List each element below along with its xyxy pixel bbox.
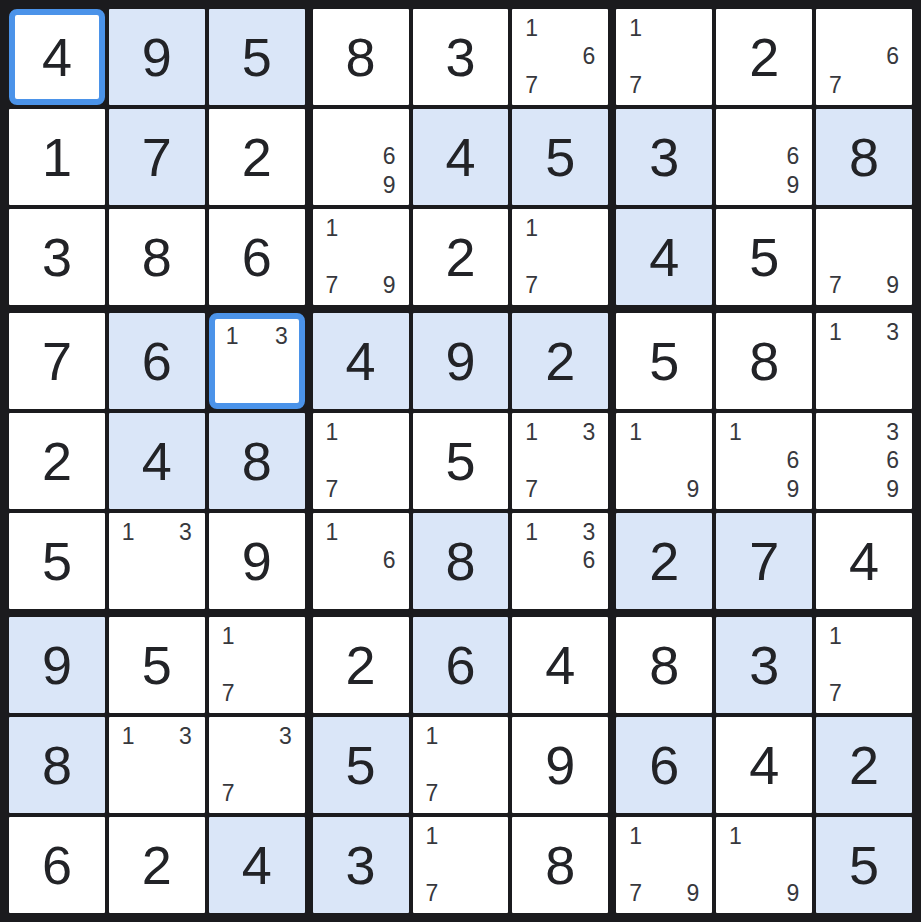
pencil-empty-slot (375, 243, 404, 272)
cell-value: 8 (445, 534, 475, 588)
pencil-digit-1: 1 (318, 518, 347, 547)
cell-value: 2 (242, 130, 272, 184)
cell-r3c2[interactable]: 8 (109, 209, 205, 305)
pencil-empty-slot (821, 651, 850, 680)
pencil-digit-1: 1 (517, 518, 546, 547)
pencil-empty-slot (650, 14, 679, 43)
pencil-digit-7: 7 (517, 271, 546, 300)
pencil-empty-slot (475, 879, 504, 908)
cell-value: 2 (445, 230, 475, 284)
pencil-empty-slot (575, 71, 604, 100)
pencil-empty-slot (346, 143, 375, 172)
pencil-empty-slot (546, 271, 575, 300)
cell-r5c2[interactable]: 4 (109, 413, 205, 509)
pencil-empty-slot (114, 779, 143, 808)
cell-r3c3[interactable]: 6 (209, 209, 305, 305)
pencil-digit-7: 7 (318, 271, 347, 300)
cell-r4c3[interactable]: 13 (209, 313, 305, 409)
pencil-empty-slot (517, 447, 546, 476)
cell-r7c1[interactable]: 9 (9, 617, 105, 713)
pencil-digit-3: 3 (575, 518, 604, 547)
cell-r7c8[interactable]: 3 (716, 617, 812, 713)
cell-r9c9[interactable]: 5 (816, 817, 912, 913)
cell-r8c6[interactable]: 9 (512, 717, 608, 813)
pencil-empty-slot (850, 43, 879, 72)
pencil-empty-slot (318, 447, 347, 476)
box-2-1: 76132485139 (9, 313, 305, 609)
pencil-empty-slot (850, 375, 879, 404)
cell-value: 2 (749, 30, 779, 84)
pencil-empty-slot (220, 373, 245, 398)
cell-r1c1[interactable]: 4 (9, 9, 105, 105)
pencil-empty-slot (575, 14, 604, 43)
cell-r4c7[interactable]: 5 (616, 313, 712, 409)
cell-r2c9[interactable]: 8 (816, 109, 912, 205)
cell-value: 8 (649, 638, 679, 692)
pencil-empty-slot (546, 43, 575, 72)
pencil-digit-7: 7 (621, 71, 650, 100)
pencil-empty-slot (878, 71, 907, 100)
cell-r6c4[interactable]: 16 (313, 513, 409, 609)
cell-value: 3 (445, 30, 475, 84)
cell-r7c6[interactable]: 4 (512, 617, 608, 713)
pencil-digit-7: 7 (214, 779, 243, 808)
pencil-empty-slot (318, 171, 347, 200)
cell-r9c3[interactable]: 4 (209, 817, 305, 913)
cell-value: 8 (142, 230, 172, 284)
cell-r2c5[interactable]: 4 (413, 109, 509, 205)
pencil-empty-slot (750, 143, 779, 172)
pencil-digit-1: 1 (418, 722, 447, 751)
pencil-empty-slot (318, 143, 347, 172)
pencil-marks: 13 (114, 518, 200, 604)
cell-value: 4 (445, 130, 475, 184)
pencil-digit-1: 1 (318, 214, 347, 243)
pencil-empty-slot (850, 622, 879, 651)
cell-r4c1[interactable]: 7 (9, 313, 105, 409)
pencil-marks: 17 (621, 14, 707, 100)
pencil-empty-slot (721, 447, 750, 476)
pencil-digit-1: 1 (721, 822, 750, 851)
pencil-empty-slot (650, 822, 679, 851)
pencil-empty-slot (375, 518, 404, 547)
pencil-digit-7: 7 (418, 779, 447, 808)
pencil-digit-9: 9 (778, 475, 807, 504)
pencil-empty-slot (446, 879, 475, 908)
cell-r8c4[interactable]: 5 (313, 717, 409, 813)
cell-value: 3 (749, 638, 779, 692)
cell-r9c2[interactable]: 2 (109, 817, 205, 913)
pencil-digit-6: 6 (375, 547, 404, 576)
cell-r3c1[interactable]: 3 (9, 209, 105, 305)
cell-r8c9[interactable]: 2 (816, 717, 912, 813)
cell-r4c2[interactable]: 6 (109, 313, 205, 409)
cell-r7c7[interactable]: 8 (616, 617, 712, 713)
pencil-digit-1: 1 (318, 418, 347, 447)
pencil-empty-slot (878, 243, 907, 272)
cell-r3c8[interactable]: 5 (716, 209, 812, 305)
box-3-1: 951781337624 (9, 617, 305, 913)
pencil-empty-slot (446, 722, 475, 751)
pencil-marks: 19 (721, 822, 807, 908)
pencil-digit-3: 3 (269, 324, 294, 349)
cell-r4c8[interactable]: 8 (716, 313, 812, 409)
box-2-2: 492175137168136 (313, 313, 609, 609)
cell-value: 9 (42, 638, 72, 692)
cell-r3c9[interactable]: 79 (816, 209, 912, 305)
cell-value: 4 (242, 838, 272, 892)
pencil-empty-slot (721, 171, 750, 200)
pencil-empty-slot (721, 475, 750, 504)
pencil-digit-1: 1 (214, 622, 243, 651)
pencil-empty-slot (575, 447, 604, 476)
cell-r1c7[interactable]: 17 (616, 9, 712, 105)
pencil-empty-slot (143, 722, 172, 751)
pencil-empty-slot (878, 651, 907, 680)
box-3-2: 26451793178 (313, 617, 609, 913)
pencil-empty-slot (721, 879, 750, 908)
cell-value: 2 (346, 638, 376, 692)
pencil-empty-slot (242, 751, 271, 780)
pencil-empty-slot (850, 651, 879, 680)
cell-r4c6[interactable]: 2 (512, 313, 608, 409)
pencil-empty-slot (821, 347, 850, 376)
pencil-empty-slot (750, 822, 779, 851)
pencil-empty-slot (878, 622, 907, 651)
cell-r8c7[interactable]: 6 (616, 717, 712, 813)
cell-value: 5 (242, 30, 272, 84)
cell-r1c5[interactable]: 3 (413, 9, 509, 105)
pencil-empty-slot (546, 475, 575, 504)
cell-value: 5 (649, 334, 679, 388)
pencil-empty-slot (346, 243, 375, 272)
pencil-empty-slot (821, 214, 850, 243)
pencil-digit-3: 3 (878, 318, 907, 347)
cell-r6c3[interactable]: 9 (209, 513, 305, 609)
cell-value: 9 (445, 334, 475, 388)
pencil-empty-slot (517, 43, 546, 72)
cell-value: 4 (42, 30, 72, 84)
pencil-empty-slot (850, 271, 879, 300)
pencil-empty-slot (318, 547, 347, 576)
cell-r1c4[interactable]: 8 (313, 9, 409, 105)
pencil-empty-slot (346, 418, 375, 447)
cell-r5c8[interactable]: 169 (716, 413, 812, 509)
cell-value: 4 (649, 230, 679, 284)
pencil-digit-7: 7 (621, 879, 650, 908)
pencil-empty-slot (475, 751, 504, 780)
cell-r9c4[interactable]: 3 (313, 817, 409, 913)
cell-r5c1[interactable]: 2 (9, 413, 105, 509)
pencil-digit-1: 1 (621, 418, 650, 447)
pencil-digit-1: 1 (821, 318, 850, 347)
pencil-empty-slot (546, 447, 575, 476)
cell-r2c4[interactable]: 69 (313, 109, 409, 205)
cell-r9c1[interactable]: 6 (9, 817, 105, 913)
pencil-digit-6: 6 (575, 43, 604, 72)
cell-value: 2 (142, 838, 172, 892)
pencil-empty-slot (346, 214, 375, 243)
cell-r9c8[interactable]: 19 (716, 817, 812, 913)
pencil-empty-slot (271, 679, 300, 708)
pencil-empty-slot (546, 547, 575, 576)
pencil-empty-slot (778, 114, 807, 143)
cell-r6c8[interactable]: 7 (716, 513, 812, 609)
pencil-marks: 17 (418, 722, 504, 808)
pencil-digit-1: 1 (114, 518, 143, 547)
pencil-empty-slot (171, 779, 200, 808)
cell-r2c6[interactable]: 5 (512, 109, 608, 205)
pencil-empty-slot (650, 71, 679, 100)
pencil-empty-slot (778, 822, 807, 851)
pencil-empty-slot (171, 547, 200, 576)
pencil-marks: 79 (821, 214, 907, 300)
pencil-empty-slot (821, 14, 850, 43)
pencil-empty-slot (850, 214, 879, 243)
box-3-3: 8317642179195 (616, 617, 912, 913)
cell-value: 9 (142, 30, 172, 84)
cell-r2c8[interactable]: 69 (716, 109, 812, 205)
pencil-digit-7: 7 (517, 475, 546, 504)
cell-r5c4[interactable]: 17 (313, 413, 409, 509)
pencil-digit-1: 1 (621, 14, 650, 43)
pencil-digit-1: 1 (821, 622, 850, 651)
cell-r6c7[interactable]: 2 (616, 513, 712, 609)
pencil-digit-1: 1 (517, 14, 546, 43)
pencil-marks: 69 (721, 114, 807, 200)
pencil-empty-slot (546, 14, 575, 43)
pencil-empty-slot (679, 447, 708, 476)
pencil-empty-slot (850, 14, 879, 43)
cell-r5c3[interactable]: 8 (209, 413, 305, 509)
cell-r1c8[interactable]: 2 (716, 9, 812, 105)
pencil-empty-slot (475, 851, 504, 880)
pencil-empty-slot (878, 14, 907, 43)
cell-r1c3[interactable]: 5 (209, 9, 305, 105)
cell-value: 2 (42, 434, 72, 488)
pencil-digit-1: 1 (517, 214, 546, 243)
pencil-digit-1: 1 (220, 324, 245, 349)
cell-r5c7[interactable]: 19 (616, 413, 712, 509)
pencil-empty-slot (679, 418, 708, 447)
pencil-empty-slot (750, 447, 779, 476)
pencil-empty-slot (546, 518, 575, 547)
pencil-digit-6: 6 (778, 447, 807, 476)
pencil-empty-slot (850, 447, 879, 476)
pencil-empty-slot (375, 418, 404, 447)
pencil-marks: 67 (821, 14, 907, 100)
pencil-digit-3: 3 (171, 518, 200, 547)
cell-value: 5 (346, 738, 376, 792)
pencil-empty-slot (271, 779, 300, 808)
pencil-digit-7: 7 (418, 879, 447, 908)
pencil-empty-slot (346, 447, 375, 476)
cell-r3c6[interactable]: 17 (512, 209, 608, 305)
box-1-2: 831676945179217 (313, 9, 609, 305)
pencil-empty-slot (679, 71, 708, 100)
pencil-empty-slot (546, 418, 575, 447)
pencil-empty-slot (821, 375, 850, 404)
cell-value: 5 (749, 230, 779, 284)
pencil-empty-slot (850, 71, 879, 100)
pencil-empty-slot (318, 114, 347, 143)
cell-r5c6[interactable]: 137 (512, 413, 608, 509)
cell-r1c2[interactable]: 9 (109, 9, 205, 105)
pencil-digit-6: 6 (375, 143, 404, 172)
cell-r6c1[interactable]: 5 (9, 513, 105, 609)
pencil-empty-slot (878, 347, 907, 376)
cell-r8c8[interactable]: 4 (716, 717, 812, 813)
cell-r4c4[interactable]: 4 (313, 313, 409, 409)
pencil-empty-slot (750, 114, 779, 143)
cell-r6c6[interactable]: 136 (512, 513, 608, 609)
cell-r1c9[interactable]: 67 (816, 9, 912, 105)
pencil-empty-slot (621, 851, 650, 880)
pencil-empty-slot (242, 722, 271, 751)
cell-r8c1[interactable]: 8 (9, 717, 105, 813)
cell-value: 8 (242, 434, 272, 488)
pencil-empty-slot (244, 373, 269, 398)
cell-r7c3[interactable]: 17 (209, 617, 305, 713)
pencil-empty-slot (375, 447, 404, 476)
pencil-empty-slot (244, 324, 269, 349)
pencil-empty-slot (575, 575, 604, 604)
cell-r3c4[interactable]: 179 (313, 209, 409, 305)
cell-value: 9 (242, 534, 272, 588)
pencil-marks: 17 (318, 418, 404, 504)
box-1-3: 1726736984579 (616, 9, 912, 305)
cell-r2c7[interactable]: 3 (616, 109, 712, 205)
cell-r6c5[interactable]: 8 (413, 513, 509, 609)
pencil-empty-slot (114, 575, 143, 604)
pencil-empty-slot (475, 722, 504, 751)
cell-r3c7[interactable]: 4 (616, 209, 712, 305)
cell-r2c3[interactable]: 2 (209, 109, 305, 205)
pencil-empty-slot (750, 879, 779, 908)
pencil-empty-slot (850, 475, 879, 504)
pencil-digit-9: 9 (679, 475, 708, 504)
pencil-empty-slot (850, 243, 879, 272)
pencil-marks: 136 (517, 518, 603, 604)
pencil-empty-slot (220, 349, 245, 374)
pencil-empty-slot (242, 622, 271, 651)
pencil-empty-slot (375, 214, 404, 243)
pencil-marks: 369 (821, 418, 907, 504)
pencil-empty-slot (269, 349, 294, 374)
pencil-empty-slot (346, 518, 375, 547)
pencil-empty-slot (821, 418, 850, 447)
cell-value: 5 (42, 534, 72, 588)
cell-r8c2[interactable]: 13 (109, 717, 205, 813)
pencil-empty-slot (446, 779, 475, 808)
cell-r8c3[interactable]: 37 (209, 717, 305, 813)
cell-r6c9[interactable]: 4 (816, 513, 912, 609)
pencil-digit-3: 3 (271, 722, 300, 751)
cell-value: 4 (545, 638, 575, 692)
pencil-empty-slot (517, 575, 546, 604)
cell-r7c4[interactable]: 2 (313, 617, 409, 713)
pencil-marks: 69 (318, 114, 404, 200)
cell-value: 5 (545, 130, 575, 184)
cell-r9c7[interactable]: 179 (616, 817, 712, 913)
pencil-empty-slot (318, 575, 347, 604)
pencil-empty-slot (721, 114, 750, 143)
pencil-empty-slot (517, 547, 546, 576)
pencil-empty-slot (271, 651, 300, 680)
pencil-empty-slot (821, 475, 850, 504)
pencil-empty-slot (821, 243, 850, 272)
pencil-digit-7: 7 (821, 71, 850, 100)
pencil-empty-slot (418, 851, 447, 880)
pencil-empty-slot (214, 651, 243, 680)
cell-value: 8 (749, 334, 779, 388)
cell-value: 4 (142, 434, 172, 488)
pencil-digit-1: 1 (721, 418, 750, 447)
pencil-empty-slot (621, 447, 650, 476)
pencil-digit-6: 6 (575, 547, 604, 576)
cell-r9c5[interactable]: 17 (413, 817, 509, 913)
pencil-marks: 17 (418, 822, 504, 908)
cell-value: 3 (649, 130, 679, 184)
cell-r9c6[interactable]: 8 (512, 817, 608, 913)
pencil-empty-slot (650, 475, 679, 504)
cell-value: 2 (849, 738, 879, 792)
cell-r6c2[interactable]: 13 (109, 513, 205, 609)
pencil-marks: 17 (517, 214, 603, 300)
pencil-empty-slot (114, 547, 143, 576)
cell-value: 5 (142, 638, 172, 692)
cell-r8c5[interactable]: 17 (413, 717, 509, 813)
pencil-marks: 13 (114, 722, 200, 808)
cell-value: 7 (749, 534, 779, 588)
pencil-empty-slot (878, 375, 907, 404)
pencil-empty-slot (446, 751, 475, 780)
cell-r2c1[interactable]: 1 (9, 109, 105, 205)
cell-r2c2[interactable]: 7 (109, 109, 205, 205)
pencil-empty-slot (214, 751, 243, 780)
pencil-empty-slot (575, 475, 604, 504)
pencil-digit-9: 9 (778, 171, 807, 200)
pencil-empty-slot (650, 418, 679, 447)
pencil-digit-9: 9 (778, 879, 807, 908)
pencil-digit-1: 1 (114, 722, 143, 751)
cell-value: 3 (42, 230, 72, 284)
cell-r7c9[interactable]: 17 (816, 617, 912, 713)
cell-r5c9[interactable]: 369 (816, 413, 912, 509)
pencil-empty-slot (679, 43, 708, 72)
cell-r1c6[interactable]: 167 (512, 9, 608, 105)
cell-value: 8 (849, 130, 879, 184)
cell-r7c5[interactable]: 6 (413, 617, 509, 713)
pencil-empty-slot (679, 14, 708, 43)
pencil-empty-slot (679, 851, 708, 880)
pencil-empty-slot (778, 418, 807, 447)
pencil-digit-1: 1 (418, 822, 447, 851)
pencil-empty-slot (446, 822, 475, 851)
pencil-empty-slot (346, 547, 375, 576)
cell-r4c9[interactable]: 13 (816, 313, 912, 409)
pencil-digit-6: 6 (878, 43, 907, 72)
cell-r7c2[interactable]: 5 (109, 617, 205, 713)
pencil-marks: 179 (621, 822, 707, 908)
pencil-digit-1: 1 (621, 822, 650, 851)
cell-r3c5[interactable]: 2 (413, 209, 509, 305)
pencil-empty-slot (679, 822, 708, 851)
cell-r5c5[interactable]: 5 (413, 413, 509, 509)
cell-r4c5[interactable]: 9 (413, 313, 509, 409)
cell-value: 5 (849, 838, 879, 892)
cell-value: 6 (242, 230, 272, 284)
